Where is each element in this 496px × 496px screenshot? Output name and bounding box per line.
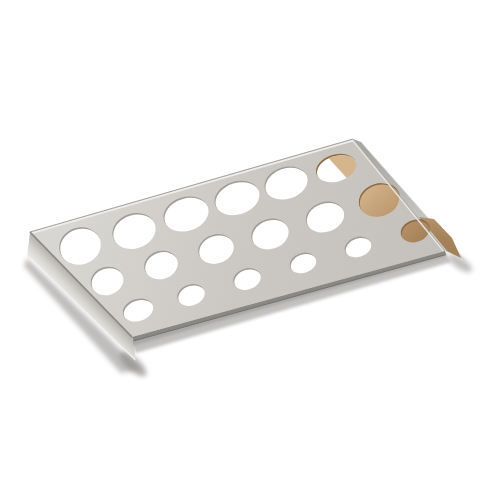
tray-svg [0,0,496,496]
product-photo [0,0,496,496]
